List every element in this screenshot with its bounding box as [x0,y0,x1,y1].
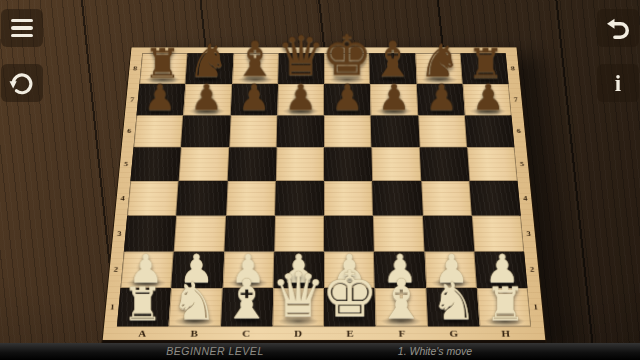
square-a1[interactable]: ♜ [117,288,171,326]
square-c5[interactable] [227,148,276,181]
square-e4[interactable] [324,181,373,216]
square-f1[interactable]: ♝ [375,288,428,326]
piece-black-pawn[interactable]: ♟ [425,79,457,115]
piece-black-pawn[interactable]: ♟ [191,79,223,115]
piece-white-bishop[interactable]: ♝ [377,272,426,326]
piece-white-rook[interactable]: ♜ [485,281,526,327]
square-d1[interactable]: ♛ [272,288,324,326]
square-f6[interactable] [371,115,419,147]
menu-button[interactable] [1,9,43,47]
square-a4[interactable] [127,181,179,216]
info-icon: i [615,72,621,95]
undo-move-button[interactable] [597,9,639,47]
square-d5[interactable] [276,148,324,181]
piece-black-king[interactable]: ♚ [322,27,373,84]
piece-white-rook[interactable]: ♜ [122,281,163,327]
piece-white-queen[interactable]: ♛ [271,265,326,326]
square-f7[interactable]: ♟ [370,84,418,115]
file-label-h: H [479,326,532,340]
move-indicator: 1. White's move [380,345,490,357]
file-label-g: G [428,326,481,340]
undo-arrow-icon [603,13,633,43]
piece-white-bishop[interactable]: ♝ [222,272,271,326]
chess-board: 8877665544332211ABCDEFGH♜♞♝♛♚♝♞♜♟♟♟♟♟♟♟♟… [101,47,547,347]
piece-black-pawn[interactable]: ♟ [331,79,363,115]
piece-white-knight[interactable]: ♞ [171,275,217,327]
square-h4[interactable] [469,181,521,216]
square-b1[interactable]: ♞ [169,288,223,326]
square-c7[interactable]: ♟ [230,84,278,115]
file-label-f: F [376,326,428,340]
file-label-e: E [324,326,376,340]
square-h1[interactable]: ♜ [477,288,531,326]
square-b7[interactable]: ♟ [183,84,231,115]
piece-black-pawn[interactable]: ♟ [472,79,504,115]
square-g5[interactable] [419,148,469,181]
square-e7[interactable]: ♟ [324,84,371,115]
square-g4[interactable] [421,181,472,216]
square-e5[interactable] [324,148,372,181]
square-d6[interactable] [276,115,324,147]
file-label-d: D [272,326,324,340]
square-g6[interactable] [418,115,467,147]
piece-black-pawn[interactable]: ♟ [238,79,270,115]
rotate-board-button[interactable] [1,64,43,102]
square-b6[interactable] [181,115,230,147]
piece-black-pawn[interactable]: ♟ [144,79,176,115]
square-h7[interactable]: ♟ [462,84,511,115]
square-c4[interactable] [226,181,276,216]
square-a5[interactable] [130,148,181,181]
rank-label-right-4: 4 [518,181,533,216]
square-b4[interactable] [176,181,227,216]
difficulty-level-label: BEGINNER LEVEL [150,345,280,357]
square-g7[interactable]: ♟ [416,84,464,115]
info-button[interactable]: i [597,64,639,102]
file-label-c: C [220,326,272,340]
hamburger-icon [11,19,33,37]
piece-white-king[interactable]: ♚ [321,263,378,326]
rank-label-right-3: 3 [521,216,537,252]
square-g1[interactable]: ♞ [426,288,480,326]
piece-black-pawn[interactable]: ♟ [284,79,316,115]
square-a7[interactable]: ♟ [137,84,186,115]
rotate-counterclockwise-icon [8,69,36,97]
piece-white-knight[interactable]: ♞ [430,275,476,327]
square-c6[interactable] [229,115,277,147]
square-d7[interactable]: ♟ [277,84,324,115]
square-c1[interactable]: ♝ [220,288,273,326]
square-f4[interactable] [372,181,422,216]
square-b5[interactable] [179,148,229,181]
file-label-b: B [168,326,221,340]
status-bar: BEGINNER LEVEL 1. White's move [0,343,640,360]
square-e1[interactable]: ♚ [324,288,376,326]
square-h6[interactable] [465,115,515,147]
piece-black-queen[interactable]: ♛ [276,29,325,84]
square-d4[interactable] [275,181,324,216]
square-e6[interactable] [324,115,372,147]
square-h5[interactable] [467,148,518,181]
file-label-a: A [116,326,169,340]
square-f5[interactable] [372,148,421,181]
square-a6[interactable] [134,115,184,147]
chess-app-screen: 8877665544332211ABCDEFGH♜♞♝♛♚♝♞♜♟♟♟♟♟♟♟♟… [0,0,640,360]
piece-black-pawn[interactable]: ♟ [378,79,410,115]
